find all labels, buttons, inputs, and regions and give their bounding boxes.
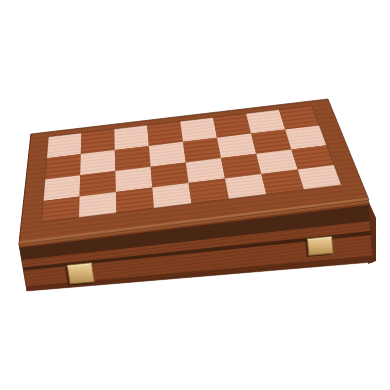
- board-square-r1c6-dark: [213, 114, 251, 138]
- backgammon-case-photo: [0, 0, 390, 390]
- product-photo: [0, 0, 390, 390]
- board-square-r3c4-dark: [151, 162, 189, 187]
- board-square-r2c5-dark: [183, 138, 221, 163]
- board-square-r2c1-dark: [45, 154, 81, 179]
- board-square-r1c3-light: [114, 125, 149, 150]
- board-square-r1c7-light: [246, 110, 285, 134]
- board-square-r2c7-dark: [251, 130, 291, 154]
- board-square-r2c6-light: [217, 134, 256, 159]
- board-square-r2c4-light: [149, 142, 186, 167]
- board-square-r2c2-light: [80, 150, 115, 175]
- board-square-r2c3-dark: [115, 146, 151, 171]
- board-square-r1c5-light: [180, 117, 217, 141]
